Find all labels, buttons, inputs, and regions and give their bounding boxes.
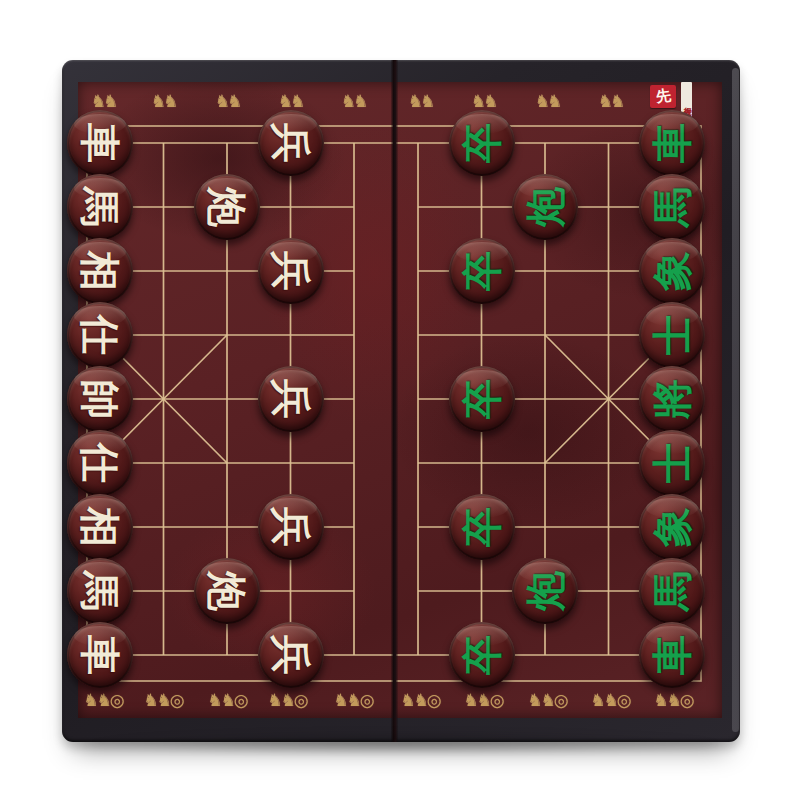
piece-glyph: 車 — [639, 123, 705, 163]
piece-green-cannon[interactable]: 炮 — [512, 174, 578, 240]
piece-green-cannon[interactable]: 炮 — [512, 558, 578, 624]
gold-chariot-motif: ♞♞◎ — [143, 692, 182, 709]
gold-animal-motif: ♞♞ — [151, 93, 175, 110]
piece-glyph: 將 — [639, 379, 705, 419]
piece-red-soldier[interactable]: 兵 — [258, 366, 324, 432]
gold-animal-motif: ♞♞ — [215, 93, 239, 110]
piece-glyph: 卒 — [449, 507, 515, 547]
piece-glyph: 車 — [67, 123, 133, 163]
product-photo: ♞♞♞♞♞♞♞♞♞♞♞♞♞♞♞♞♞♞♞♞◎♞♞◎♞♞◎♞♞◎♞♞◎♞♞◎♞♞◎♞… — [0, 0, 800, 800]
piece-green-chariot[interactable]: 車 — [639, 622, 705, 688]
piece-green-elephant[interactable]: 象 — [639, 494, 705, 560]
piece-red-general[interactable]: 帥 — [67, 366, 133, 432]
gold-chariot-motif: ♞♞◎ — [590, 692, 629, 709]
piece-green-soldier[interactable]: 卒 — [449, 238, 515, 304]
piece-glyph: 炮 — [512, 187, 578, 227]
piece-green-soldier[interactable]: 卒 — [449, 494, 515, 560]
piece-glyph: 士 — [639, 315, 705, 355]
piece-glyph: 兵 — [258, 507, 324, 547]
piece-glyph: 馬 — [67, 187, 133, 227]
piece-red-soldier[interactable]: 兵 — [258, 494, 324, 560]
board-shadow — [80, 730, 730, 756]
piece-glyph: 象 — [639, 507, 705, 547]
piece-glyph: 卒 — [449, 251, 515, 291]
piece-green-general[interactable]: 將 — [639, 366, 705, 432]
brand-logo: 先 — [650, 85, 676, 108]
gold-chariot-motif: ♞♞◎ — [267, 692, 306, 709]
gold-animal-motif: ♞♞ — [598, 93, 622, 110]
piece-green-elephant[interactable]: 象 — [639, 238, 705, 304]
piece-glyph: 卒 — [449, 635, 515, 675]
gold-animal-motif: ♞♞ — [91, 93, 115, 110]
gold-chariot-motif: ♞♞◎ — [527, 692, 566, 709]
piece-red-cannon[interactable]: 炮 — [194, 174, 260, 240]
piece-red-soldier[interactable]: 兵 — [258, 238, 324, 304]
piece-green-soldier[interactable]: 卒 — [449, 366, 515, 432]
piece-green-soldier[interactable]: 卒 — [449, 622, 515, 688]
piece-glyph: 兵 — [258, 379, 324, 419]
piece-glyph: 馬 — [67, 571, 133, 611]
piece-glyph: 相 — [67, 507, 133, 547]
gold-animal-motif: ♞♞ — [535, 93, 559, 110]
gold-animal-motif: ♞♞ — [278, 93, 302, 110]
gold-animal-motif: ♞♞ — [471, 93, 495, 110]
piece-glyph: 卒 — [449, 379, 515, 419]
piece-green-advisor[interactable]: 士 — [639, 302, 705, 368]
piece-red-advisor[interactable]: 仕 — [67, 302, 133, 368]
piece-glyph: 兵 — [258, 635, 324, 675]
piece-glyph: 車 — [67, 635, 133, 675]
gold-chariot-motif: ♞♞◎ — [400, 692, 439, 709]
gold-chariot-motif: ♞♞◎ — [463, 692, 502, 709]
gold-animal-motif: ♞♞ — [341, 93, 365, 110]
piece-red-soldier[interactable]: 兵 — [258, 110, 324, 176]
piece-green-horse[interactable]: 馬 — [639, 174, 705, 240]
brand-logo-mark: 先 — [654, 86, 671, 107]
piece-red-soldier[interactable]: 兵 — [258, 622, 324, 688]
piece-glyph: 士 — [639, 443, 705, 483]
piece-glyph: 仕 — [67, 443, 133, 483]
piece-red-elephant[interactable]: 相 — [67, 494, 133, 560]
board-fold-line — [391, 60, 398, 742]
board-edge-highlight — [732, 68, 739, 732]
piece-glyph: 相 — [67, 251, 133, 291]
gold-chariot-motif: ♞♞◎ — [653, 692, 692, 709]
piece-red-cannon[interactable]: 炮 — [194, 558, 260, 624]
piece-glyph: 馬 — [639, 571, 705, 611]
piece-glyph: 車 — [639, 635, 705, 675]
piece-green-chariot[interactable]: 車 — [639, 110, 705, 176]
gold-chariot-motif: ♞♞◎ — [207, 692, 246, 709]
piece-green-advisor[interactable]: 士 — [639, 430, 705, 496]
piece-red-elephant[interactable]: 相 — [67, 238, 133, 304]
piece-red-chariot[interactable]: 車 — [67, 110, 133, 176]
piece-glyph: 炮 — [194, 571, 260, 611]
piece-glyph: 馬 — [639, 187, 705, 227]
piece-red-horse[interactable]: 馬 — [67, 558, 133, 624]
gold-chariot-motif: ♞♞◎ — [83, 692, 122, 709]
piece-glyph: 炮 — [194, 187, 260, 227]
gold-chariot-motif: ♞♞◎ — [333, 692, 372, 709]
piece-glyph: 帥 — [67, 379, 133, 419]
piece-glyph: 象 — [639, 251, 705, 291]
piece-red-chariot[interactable]: 車 — [67, 622, 133, 688]
piece-green-soldier[interactable]: 卒 — [449, 110, 515, 176]
piece-red-advisor[interactable]: 仕 — [67, 430, 133, 496]
board-playing-field — [78, 82, 722, 718]
piece-glyph: 兵 — [258, 251, 324, 291]
piece-glyph: 兵 — [258, 123, 324, 163]
piece-green-horse[interactable]: 馬 — [639, 558, 705, 624]
piece-glyph: 炮 — [512, 571, 578, 611]
piece-red-horse[interactable]: 馬 — [67, 174, 133, 240]
piece-glyph: 卒 — [449, 123, 515, 163]
gold-animal-motif: ♞♞ — [408, 93, 432, 110]
piece-glyph: 仕 — [67, 315, 133, 355]
